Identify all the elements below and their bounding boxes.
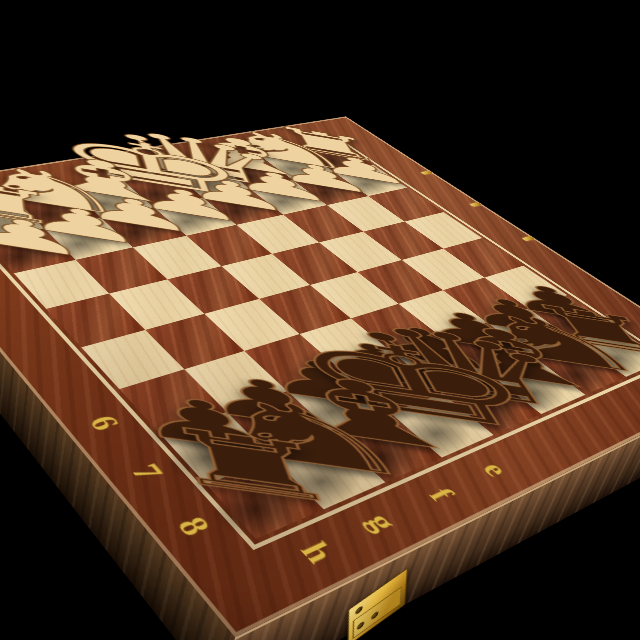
file-label-e: e	[462, 447, 529, 491]
piece-layer: ♜♞♟♝♟♛♟♚♟♝♟♞♟♟♜♟♟♜♟♟♞♟♝♟♛♟♚♟♝♟♞♜	[0, 116, 346, 190]
rank-label-6: 6	[70, 401, 140, 445]
chess-board: 678hgfe ♜♞♟♝♟♛♟♚♟♝♟♞♟♟♜♟♟♜♟♟♞♟♝♟♛♟♚♟♝♟♞♜	[0, 116, 640, 637]
rank-label-8: 8	[156, 500, 233, 555]
brass-clasp[interactable]	[347, 568, 408, 640]
chess-set-photo: 678hgfe ♜♞♟♝♟♛♟♚♟♝♟♞♟♟♜♟♟♜♟♟♞♟♝♟♛♟♚♟♝♟♞♜	[0, 0, 640, 640]
file-label-g: g	[346, 497, 419, 549]
brass-hinge	[469, 202, 482, 207]
rank-label-7: 7	[111, 448, 184, 497]
file-label-f: f	[406, 471, 476, 519]
brass-hinge	[522, 236, 535, 241]
file-label-h: h	[279, 525, 356, 581]
